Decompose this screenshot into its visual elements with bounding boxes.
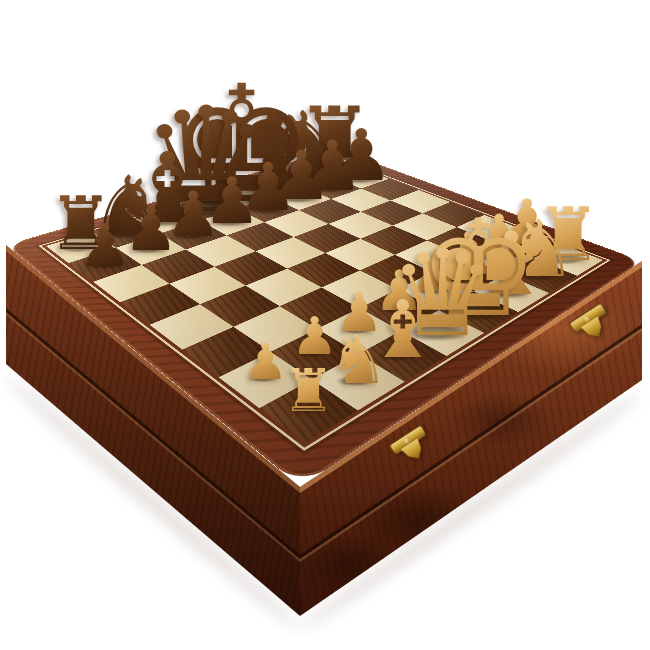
piece-black-pawn[interactable]: ♟	[79, 216, 132, 275]
chess-box-photo: ♜♞♝♛♚♝♞♜♟♟♟♟♟♟♟♟♟♟♟♟♟♟♟♟♜♞♝♛♚♝♞♜	[0, 0, 650, 650]
piece-white-rook[interactable]: ♜	[282, 361, 335, 420]
piece-white-knight[interactable]: ♞	[328, 325, 388, 392]
brass-latch-icon	[564, 300, 619, 352]
pieces-layer: ♜♞♝♛♚♝♞♜♟♟♟♟♟♟♟♟♟♟♟♟♟♟♟♟♜♞♝♛♚♝♞♜	[0, 0, 650, 650]
piece-black-pawn[interactable]: ♟	[124, 199, 179, 260]
brass-latch-icon	[384, 422, 439, 474]
